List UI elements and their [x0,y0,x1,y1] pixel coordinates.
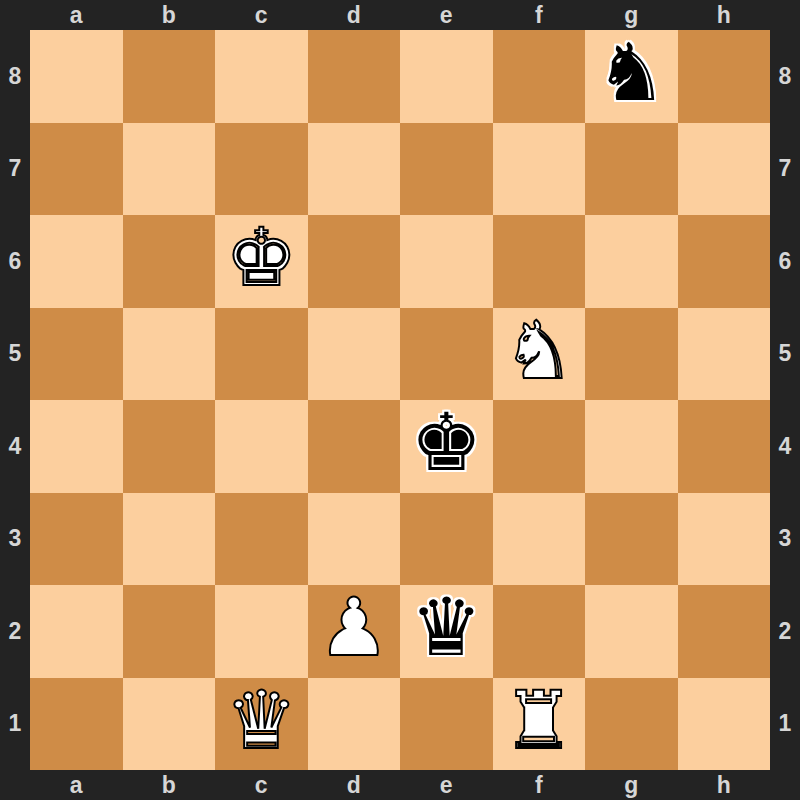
square-b5[interactable] [123,308,216,401]
square-d7[interactable] [308,123,401,216]
square-h3[interactable] [678,493,771,586]
square-g3[interactable] [585,493,678,586]
square-h4[interactable] [678,400,771,493]
square-a2[interactable] [30,585,123,678]
square-b7[interactable] [123,123,216,216]
piece-black-king[interactable]: ♚ [410,403,482,483]
rank-label-2: 2 [0,585,30,678]
rank-label-7: 7 [0,123,30,216]
square-f4[interactable] [493,400,586,493]
square-h5[interactable] [678,308,771,401]
piece-black-queen[interactable]: ♛ [410,588,482,668]
piece-white-queen[interactable]: ♛ [225,681,297,761]
square-d2[interactable]: ♟ [308,585,401,678]
square-f7[interactable] [493,123,586,216]
square-g1[interactable] [585,678,678,771]
square-b2[interactable] [123,585,216,678]
file-label-e: e [400,770,493,800]
piece-black-knight[interactable]: ♞ [595,33,667,113]
square-g6[interactable] [585,215,678,308]
piece-white-rook[interactable]: ♜ [503,681,575,761]
piece-white-pawn[interactable]: ♟ [318,588,390,668]
square-f5[interactable]: ♞ [493,308,586,401]
square-b3[interactable] [123,493,216,586]
rank-label-6: 6 [0,215,30,308]
square-a6[interactable] [30,215,123,308]
file-label-f: f [493,770,586,800]
square-g8[interactable]: ♞ [585,30,678,123]
square-e7[interactable] [400,123,493,216]
rank-label-6: 6 [770,215,800,308]
rank-labels-left: 87654321 [0,30,30,770]
square-f6[interactable] [493,215,586,308]
square-e8[interactable] [400,30,493,123]
square-e1[interactable] [400,678,493,771]
square-h7[interactable] [678,123,771,216]
square-f1[interactable]: ♜ [493,678,586,771]
rank-label-8: 8 [0,30,30,123]
rank-label-7: 7 [770,123,800,216]
square-d8[interactable] [308,30,401,123]
square-b6[interactable] [123,215,216,308]
file-label-c: c [215,770,308,800]
file-label-b: b [123,0,216,30]
square-d5[interactable] [308,308,401,401]
chess-board-frame: abcdefgh abcdefgh 87654321 87654321 ♞♚♞♚… [0,0,800,800]
file-label-h: h [678,0,771,30]
square-g2[interactable] [585,585,678,678]
square-a8[interactable] [30,30,123,123]
square-a4[interactable] [30,400,123,493]
file-label-a: a [30,770,123,800]
piece-white-king[interactable]: ♚ [225,218,297,298]
square-d6[interactable] [308,215,401,308]
square-h2[interactable] [678,585,771,678]
square-a7[interactable] [30,123,123,216]
square-e2[interactable]: ♛ [400,585,493,678]
rank-label-8: 8 [770,30,800,123]
file-label-g: g [585,770,678,800]
square-c6[interactable]: ♚ [215,215,308,308]
square-e6[interactable] [400,215,493,308]
square-c4[interactable] [215,400,308,493]
rank-labels-right: 87654321 [770,30,800,770]
file-label-c: c [215,0,308,30]
square-h8[interactable] [678,30,771,123]
rank-label-3: 3 [0,493,30,586]
file-label-h: h [678,770,771,800]
square-h6[interactable] [678,215,771,308]
rank-label-1: 1 [0,678,30,771]
square-c2[interactable] [215,585,308,678]
square-a5[interactable] [30,308,123,401]
rank-label-5: 5 [0,308,30,401]
square-e4[interactable]: ♚ [400,400,493,493]
rank-label-4: 4 [770,400,800,493]
rank-label-1: 1 [770,678,800,771]
square-f8[interactable] [493,30,586,123]
square-d4[interactable] [308,400,401,493]
square-e3[interactable] [400,493,493,586]
rank-label-3: 3 [770,493,800,586]
square-a1[interactable] [30,678,123,771]
file-labels-bottom: abcdefgh [30,770,770,800]
piece-white-knight[interactable]: ♞ [503,311,575,391]
square-c1[interactable]: ♛ [215,678,308,771]
square-d3[interactable] [308,493,401,586]
square-b8[interactable] [123,30,216,123]
rank-label-5: 5 [770,308,800,401]
file-label-f: f [493,0,586,30]
rank-label-2: 2 [770,585,800,678]
square-f3[interactable] [493,493,586,586]
square-a3[interactable] [30,493,123,586]
square-g5[interactable] [585,308,678,401]
rank-label-4: 4 [0,400,30,493]
file-label-d: d [308,770,401,800]
square-e5[interactable] [400,308,493,401]
board: ♞♚♞♚♟♛♛♜ [30,30,770,770]
square-g7[interactable] [585,123,678,216]
square-c8[interactable] [215,30,308,123]
square-g4[interactable] [585,400,678,493]
square-c5[interactable] [215,308,308,401]
file-label-b: b [123,770,216,800]
square-b1[interactable] [123,678,216,771]
file-label-d: d [308,0,401,30]
square-c3[interactable] [215,493,308,586]
file-label-e: e [400,0,493,30]
square-b4[interactable] [123,400,216,493]
square-f2[interactable] [493,585,586,678]
square-c7[interactable] [215,123,308,216]
square-d1[interactable] [308,678,401,771]
file-label-a: a [30,0,123,30]
square-h1[interactable] [678,678,771,771]
